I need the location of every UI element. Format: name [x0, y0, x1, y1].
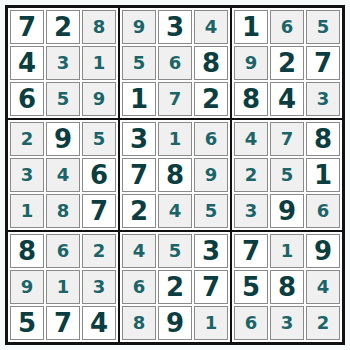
cell-r7c2[interactable]: 6 [46, 234, 80, 268]
cell-r8c1[interactable]: 9 [10, 270, 44, 304]
cell-r3c4[interactable]: 1 [122, 82, 156, 116]
cell-r4c9[interactable]: 8 [306, 122, 340, 156]
cell-r5c5[interactable]: 8 [158, 158, 192, 192]
cell-r4c2[interactable]: 9 [46, 122, 80, 156]
cell-r8c6[interactable]: 7 [194, 270, 228, 304]
cell-r1c2[interactable]: 2 [46, 10, 80, 44]
cell-r8c2[interactable]: 1 [46, 270, 80, 304]
cell-r5c2[interactable]: 4 [46, 158, 80, 192]
cell-r6c6[interactable]: 5 [194, 194, 228, 228]
cell-r3c7[interactable]: 8 [234, 82, 268, 116]
cell-r1c4[interactable]: 9 [122, 10, 156, 44]
cell-r4c5[interactable]: 1 [158, 122, 192, 156]
cell-r2c8[interactable]: 2 [270, 46, 304, 80]
cell-r6c2[interactable]: 8 [46, 194, 80, 228]
cell-r3c6[interactable]: 2 [194, 82, 228, 116]
cell-r3c2[interactable]: 5 [46, 82, 80, 116]
cell-r9c3[interactable]: 4 [82, 306, 116, 340]
cell-r6c4[interactable]: 2 [122, 194, 156, 228]
cell-r4c7[interactable]: 4 [234, 122, 268, 156]
cell-r8c3[interactable]: 3 [82, 270, 116, 304]
cell-r2c9[interactable]: 7 [306, 46, 340, 80]
cell-r1c7[interactable]: 1 [234, 10, 268, 44]
cell-r5c6[interactable]: 9 [194, 158, 228, 192]
cell-r5c9[interactable]: 1 [306, 158, 340, 192]
cell-r9c8[interactable]: 3 [270, 306, 304, 340]
block-8: 453627891 [120, 232, 230, 342]
cell-r2c5[interactable]: 6 [158, 46, 192, 80]
cell-r3c1[interactable]: 6 [10, 82, 44, 116]
cell-r6c7[interactable]: 3 [234, 194, 268, 228]
cell-r7c8[interactable]: 1 [270, 234, 304, 268]
cell-r8c4[interactable]: 6 [122, 270, 156, 304]
cell-r2c2[interactable]: 3 [46, 46, 80, 80]
block-4: 295346187 [8, 120, 118, 230]
cell-r7c1[interactable]: 8 [10, 234, 44, 268]
cell-r4c8[interactable]: 7 [270, 122, 304, 156]
block-1: 728431659 [8, 8, 118, 118]
cell-r7c5[interactable]: 5 [158, 234, 192, 268]
cell-r3c5[interactable]: 7 [158, 82, 192, 116]
cell-r7c3[interactable]: 2 [82, 234, 116, 268]
cell-r4c6[interactable]: 6 [194, 122, 228, 156]
cell-r7c6[interactable]: 3 [194, 234, 228, 268]
block-7: 862913574 [8, 232, 118, 342]
cell-r4c3[interactable]: 5 [82, 122, 116, 156]
cell-r2c7[interactable]: 9 [234, 46, 268, 80]
block-3: 165927843 [232, 8, 342, 118]
block-5: 316789245 [120, 120, 230, 230]
cell-r9c5[interactable]: 9 [158, 306, 192, 340]
cell-r8c7[interactable]: 5 [234, 270, 268, 304]
cell-r9c6[interactable]: 1 [194, 306, 228, 340]
cell-r6c8[interactable]: 9 [270, 194, 304, 228]
cell-r1c1[interactable]: 7 [10, 10, 44, 44]
block-9: 719584632 [232, 232, 342, 342]
sudoku-board: 7284316599345681721659278432953461873167… [5, 5, 345, 345]
cell-r7c7[interactable]: 7 [234, 234, 268, 268]
block-2: 934568172 [120, 8, 230, 118]
cell-r5c3[interactable]: 6 [82, 158, 116, 192]
cell-r7c9[interactable]: 9 [306, 234, 340, 268]
cell-r4c1[interactable]: 2 [10, 122, 44, 156]
cell-r9c2[interactable]: 7 [46, 306, 80, 340]
cell-r1c9[interactable]: 5 [306, 10, 340, 44]
cell-r3c3[interactable]: 9 [82, 82, 116, 116]
cell-r2c6[interactable]: 8 [194, 46, 228, 80]
cell-r8c5[interactable]: 2 [158, 270, 192, 304]
cell-r1c6[interactable]: 4 [194, 10, 228, 44]
cell-r7c4[interactable]: 4 [122, 234, 156, 268]
cell-r9c1[interactable]: 5 [10, 306, 44, 340]
cell-r2c3[interactable]: 1 [82, 46, 116, 80]
cell-r2c1[interactable]: 4 [10, 46, 44, 80]
block-6: 478251396 [232, 120, 342, 230]
cell-r9c7[interactable]: 6 [234, 306, 268, 340]
cell-r6c5[interactable]: 4 [158, 194, 192, 228]
cell-r1c5[interactable]: 3 [158, 10, 192, 44]
cell-r9c9[interactable]: 2 [306, 306, 340, 340]
cell-r5c4[interactable]: 7 [122, 158, 156, 192]
cell-r3c9[interactable]: 3 [306, 82, 340, 116]
cell-r1c3[interactable]: 8 [82, 10, 116, 44]
cell-r3c8[interactable]: 4 [270, 82, 304, 116]
cell-r9c4[interactable]: 8 [122, 306, 156, 340]
cell-r6c1[interactable]: 1 [10, 194, 44, 228]
cell-r5c8[interactable]: 5 [270, 158, 304, 192]
cell-r5c1[interactable]: 3 [10, 158, 44, 192]
cell-r6c9[interactable]: 6 [306, 194, 340, 228]
cell-r6c3[interactable]: 7 [82, 194, 116, 228]
cell-r1c8[interactable]: 6 [270, 10, 304, 44]
cell-r8c9[interactable]: 4 [306, 270, 340, 304]
cell-r4c4[interactable]: 3 [122, 122, 156, 156]
cell-r5c7[interactable]: 2 [234, 158, 268, 192]
cell-r8c8[interactable]: 8 [270, 270, 304, 304]
cell-r2c4[interactable]: 5 [122, 46, 156, 80]
